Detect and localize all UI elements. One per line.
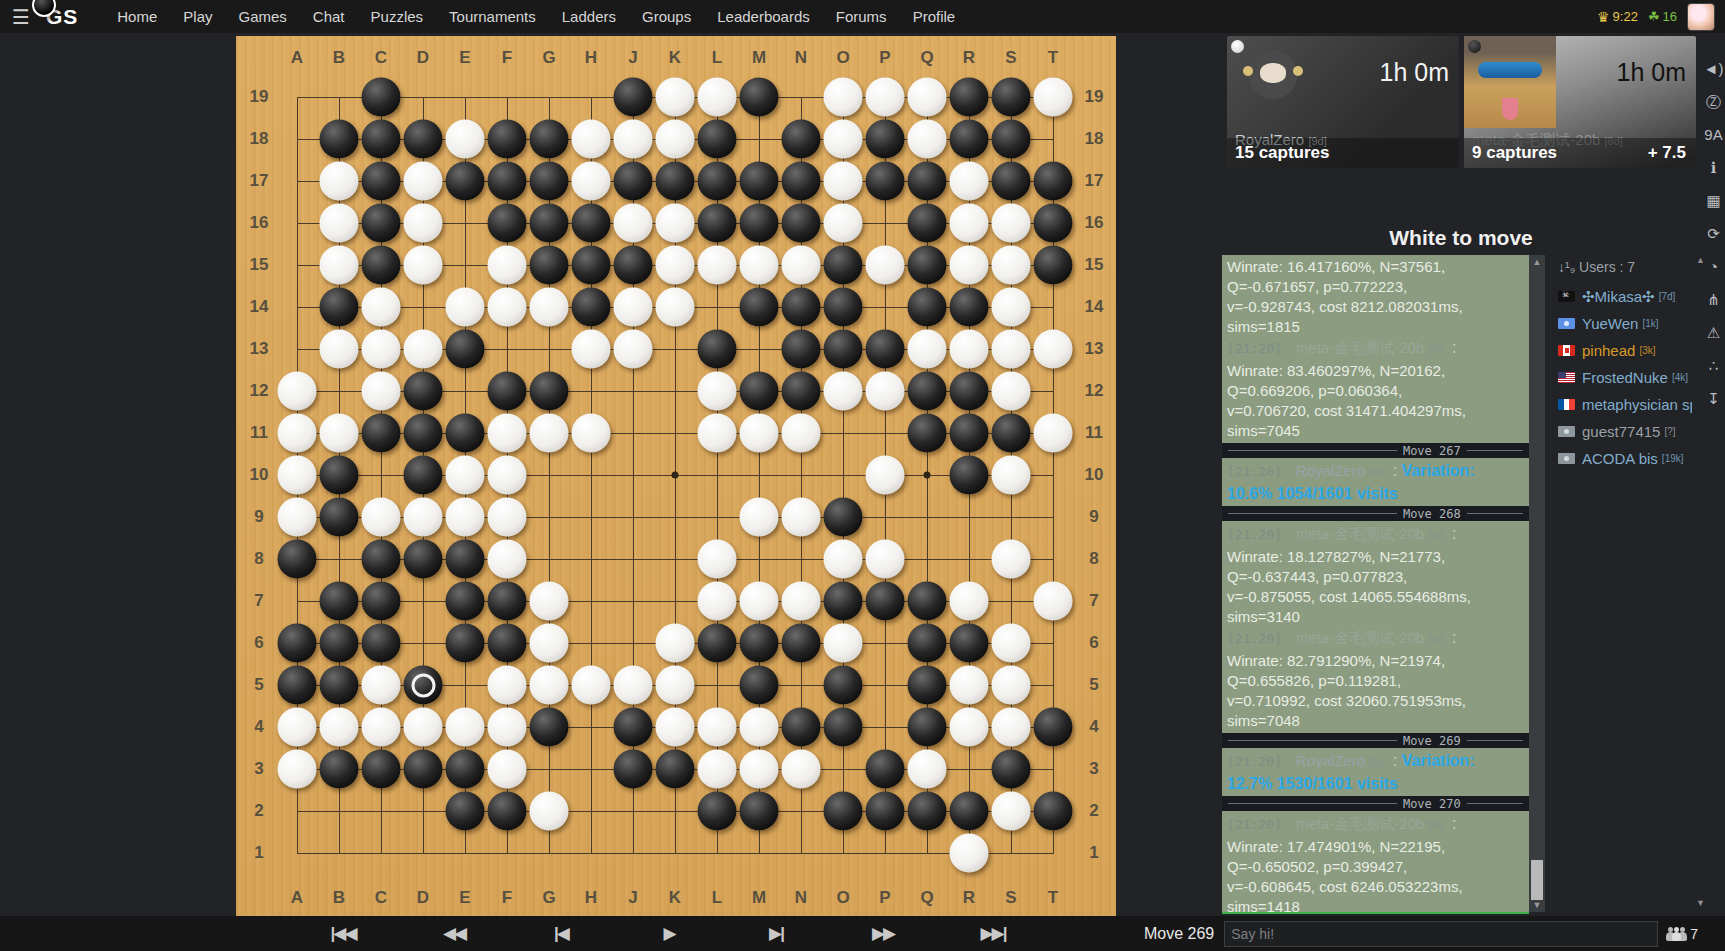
white-stone-A10[interactable]	[278, 456, 317, 495]
white-stone-J5[interactable]	[614, 666, 653, 705]
white-stone-K14[interactable]	[656, 288, 695, 327]
white-stone-R5[interactable]	[950, 666, 989, 705]
white-stone-E10[interactable]	[446, 456, 485, 495]
black-stone-E3[interactable]	[446, 750, 485, 789]
white-stone-L3[interactable]	[698, 750, 737, 789]
black-stone-C8[interactable]	[362, 540, 401, 579]
white-stone-N15[interactable]	[782, 246, 821, 285]
white-stone-G11[interactable]	[530, 414, 569, 453]
white-stone-C13[interactable]	[362, 330, 401, 369]
user-row[interactable]: ACODA bis[19k]	[1556, 445, 1692, 472]
black-stone-C18[interactable]	[362, 120, 401, 159]
black-stone-D5[interactable]	[404, 666, 443, 705]
white-stone-M15[interactable]	[740, 246, 779, 285]
black-stone-Q17[interactable]	[908, 162, 947, 201]
black-stone-J17[interactable]	[614, 162, 653, 201]
black-stone-Q4[interactable]	[908, 708, 947, 747]
black-stone-P3[interactable]	[866, 750, 905, 789]
online-users-indicator[interactable]: 7	[1666, 926, 1698, 942]
black-stone-N4[interactable]	[782, 708, 821, 747]
white-stone-S2[interactable]	[992, 792, 1031, 831]
black-stone-R6[interactable]	[950, 624, 989, 663]
fast-rewind-button[interactable]: ◀◀	[443, 916, 465, 951]
black-stone-P2[interactable]	[866, 792, 905, 831]
black-stone-L18[interactable]	[698, 120, 737, 159]
zen-mode-icon[interactable]: Ⓩ	[1706, 93, 1721, 111]
white-stone-J16[interactable]	[614, 204, 653, 243]
white-stone-S4[interactable]	[992, 708, 1031, 747]
nav-item-groups[interactable]: Groups	[642, 8, 691, 25]
chat-input[interactable]	[1224, 921, 1658, 947]
white-stone-L15[interactable]	[698, 246, 737, 285]
white-stone-O12[interactable]	[824, 372, 863, 411]
white-stone-A12[interactable]	[278, 372, 317, 411]
white-stone-S13[interactable]	[992, 330, 1031, 369]
white-stone-M9[interactable]	[740, 498, 779, 537]
black-stone-M12[interactable]	[740, 372, 779, 411]
black-stone-E2[interactable]	[446, 792, 485, 831]
black-stone-N12[interactable]	[782, 372, 821, 411]
chat-username[interactable]: meta-金毛测试-20b	[1296, 815, 1424, 832]
black-stone-E17[interactable]	[446, 162, 485, 201]
black-stone-Q5[interactable]	[908, 666, 947, 705]
white-stone-E18[interactable]	[446, 120, 485, 159]
black-stone-O7[interactable]	[824, 582, 863, 621]
white-stone-D16[interactable]	[404, 204, 443, 243]
black-stone-Q14[interactable]	[908, 288, 947, 327]
white-stone-P19[interactable]	[866, 78, 905, 117]
black-stone-D18[interactable]	[404, 120, 443, 159]
black-stone-G4[interactable]	[530, 708, 569, 747]
white-stone-A4[interactable]	[278, 708, 317, 747]
white-stone-S6[interactable]	[992, 624, 1031, 663]
black-stone-C17[interactable]	[362, 162, 401, 201]
nav-item-forums[interactable]: Forums	[836, 8, 887, 25]
white-stone-L19[interactable]	[698, 78, 737, 117]
white-stone-H11[interactable]	[572, 414, 611, 453]
black-stone-N6[interactable]	[782, 624, 821, 663]
white-stone-K5[interactable]	[656, 666, 695, 705]
white-stone-A3[interactable]	[278, 750, 317, 789]
white-stone-S15[interactable]	[992, 246, 1031, 285]
black-stone-T15[interactable]	[1034, 246, 1073, 285]
white-stone-O8[interactable]	[824, 540, 863, 579]
black-stone-P18[interactable]	[866, 120, 905, 159]
coordinates-icon[interactable]: 9A	[1704, 126, 1722, 144]
white-stone-P12[interactable]	[866, 372, 905, 411]
black-stone-C15[interactable]	[362, 246, 401, 285]
white-stone-G2[interactable]	[530, 792, 569, 831]
black-stone-O2[interactable]	[824, 792, 863, 831]
white-stone-B4[interactable]	[320, 708, 359, 747]
black-stone-S17[interactable]	[992, 162, 1031, 201]
report-icon[interactable]: ⚠	[1707, 324, 1720, 342]
black-stone-B18[interactable]	[320, 120, 359, 159]
white-stone-M3[interactable]	[740, 750, 779, 789]
user-name[interactable]: guest77415	[1582, 423, 1660, 440]
white-stone-B13[interactable]	[320, 330, 359, 369]
estimate-icon[interactable]: ◔	[1709, 258, 1718, 276]
white-stone-E14[interactable]	[446, 288, 485, 327]
nav-item-home[interactable]: Home	[117, 8, 157, 25]
white-stone-D17[interactable]	[404, 162, 443, 201]
game-chat-log[interactable]: Winrate: 16.417160%, N=37561,Q=-0.671657…	[1222, 255, 1529, 914]
step-forward-button[interactable]: ▶|	[769, 916, 783, 951]
black-stone-D12[interactable]	[404, 372, 443, 411]
black-stone-J15[interactable]	[614, 246, 653, 285]
black-player-card[interactable]: 1h 0m RoyalZero [9d] 15 captures	[1227, 36, 1459, 168]
black-stone-C6[interactable]	[362, 624, 401, 663]
user-name[interactable]: FrostedNuke	[1582, 369, 1668, 386]
white-stone-Q3[interactable]	[908, 750, 947, 789]
chat-scrollbar[interactable]: ▲ ▼	[1529, 255, 1545, 912]
white-stone-Q18[interactable]	[908, 120, 947, 159]
black-stone-R19[interactable]	[950, 78, 989, 117]
nav-item-games[interactable]: Games	[238, 8, 286, 25]
white-stone-C12[interactable]	[362, 372, 401, 411]
white-stone-L7[interactable]	[698, 582, 737, 621]
black-stone-J19[interactable]	[614, 78, 653, 117]
user-name[interactable]: YueWen	[1582, 315, 1638, 332]
nav-item-play[interactable]: Play	[183, 8, 212, 25]
white-stone-K16[interactable]	[656, 204, 695, 243]
nav-item-chat[interactable]: Chat	[313, 8, 345, 25]
black-stone-R12[interactable]	[950, 372, 989, 411]
black-stone-G15[interactable]	[530, 246, 569, 285]
black-stone-F18[interactable]	[488, 120, 527, 159]
black-stone-E6[interactable]	[446, 624, 485, 663]
variation-detail[interactable]: 10.6% 1054/1601 visits	[1222, 484, 1529, 504]
white-stone-S12[interactable]	[992, 372, 1031, 411]
black-stone-E13[interactable]	[446, 330, 485, 369]
user-row[interactable]: YueWen[1k]	[1556, 310, 1692, 337]
white-stone-H13[interactable]	[572, 330, 611, 369]
black-stone-P7[interactable]	[866, 582, 905, 621]
black-stone-Q12[interactable]	[908, 372, 947, 411]
white-stone-O19[interactable]	[824, 78, 863, 117]
jump-to-end-button[interactable]: ▶▶|	[981, 916, 1006, 951]
white-stone-K18[interactable]	[656, 120, 695, 159]
white-stone-M4[interactable]	[740, 708, 779, 747]
white-stone-C9[interactable]	[362, 498, 401, 537]
white-stone-D15[interactable]	[404, 246, 443, 285]
black-stone-G18[interactable]	[530, 120, 569, 159]
white-stone-N9[interactable]	[782, 498, 821, 537]
white-stone-O18[interactable]	[824, 120, 863, 159]
black-stone-D11[interactable]	[404, 414, 443, 453]
white-stone-J14[interactable]	[614, 288, 653, 327]
black-stone-B3[interactable]	[320, 750, 359, 789]
user-avatar[interactable]	[1687, 3, 1715, 31]
black-stone-B7[interactable]	[320, 582, 359, 621]
black-stone-M5[interactable]	[740, 666, 779, 705]
share-icon[interactable]: ∴	[1709, 357, 1719, 375]
white-stone-F11[interactable]	[488, 414, 527, 453]
info-icon[interactable]: ℹ	[1711, 159, 1717, 177]
white-stone-F14[interactable]	[488, 288, 527, 327]
white-stone-M11[interactable]	[740, 414, 779, 453]
white-stone-O16[interactable]	[824, 204, 863, 243]
variation-detail[interactable]: 12.7% 1530/1601 visits	[1222, 774, 1529, 794]
white-stone-D9[interactable]	[404, 498, 443, 537]
black-stone-N14[interactable]	[782, 288, 821, 327]
black-stone-S19[interactable]	[992, 78, 1031, 117]
black-stone-L16[interactable]	[698, 204, 737, 243]
white-stone-J18[interactable]	[614, 120, 653, 159]
black-stone-E11[interactable]	[446, 414, 485, 453]
white-stone-F8[interactable]	[488, 540, 527, 579]
white-stone-T19[interactable]	[1034, 78, 1073, 117]
white-stone-L11[interactable]	[698, 414, 737, 453]
white-stone-N11[interactable]	[782, 414, 821, 453]
black-stone-D8[interactable]	[404, 540, 443, 579]
black-stone-F16[interactable]	[488, 204, 527, 243]
black-stone-Q15[interactable]	[908, 246, 947, 285]
black-stone-C19[interactable]	[362, 78, 401, 117]
black-stone-T16[interactable]	[1034, 204, 1073, 243]
white-stone-R17[interactable]	[950, 162, 989, 201]
user-name[interactable]: metaphysician splurg	[1582, 396, 1692, 413]
black-stone-O14[interactable]	[824, 288, 863, 327]
white-stone-R7[interactable]	[950, 582, 989, 621]
white-stone-T7[interactable]	[1034, 582, 1073, 621]
white-stone-C4[interactable]	[362, 708, 401, 747]
black-stone-Q6[interactable]	[908, 624, 947, 663]
black-stone-D10[interactable]	[404, 456, 443, 495]
white-stone-T13[interactable]	[1034, 330, 1073, 369]
white-stone-J13[interactable]	[614, 330, 653, 369]
white-stone-P10[interactable]	[866, 456, 905, 495]
chat-scroll-down-icon[interactable]: ▼	[1529, 898, 1545, 912]
black-stone-Q7[interactable]	[908, 582, 947, 621]
board-settings-icon[interactable]: ▦	[1706, 192, 1720, 210]
black-stone-G17[interactable]	[530, 162, 569, 201]
white-stone-A9[interactable]	[278, 498, 317, 537]
ogs-logo[interactable]: GS	[44, 5, 78, 29]
nav-item-ladders[interactable]: Ladders	[562, 8, 616, 25]
white-stone-S14[interactable]	[992, 288, 1031, 327]
black-stone-T17[interactable]	[1034, 162, 1073, 201]
black-stone-D3[interactable]	[404, 750, 443, 789]
white-stone-C5[interactable]	[362, 666, 401, 705]
white-stone-E4[interactable]	[446, 708, 485, 747]
black-stone-O9[interactable]	[824, 498, 863, 537]
white-stone-R1[interactable]	[950, 834, 989, 873]
white-stone-K4[interactable]	[656, 708, 695, 747]
white-stone-B15[interactable]	[320, 246, 359, 285]
white-stone-B17[interactable]	[320, 162, 359, 201]
black-stone-S11[interactable]	[992, 414, 1031, 453]
black-stone-S3[interactable]	[992, 750, 1031, 789]
hamburger-menu-icon[interactable]: ☰	[12, 5, 30, 29]
white-stone-K15[interactable]	[656, 246, 695, 285]
black-stone-P13[interactable]	[866, 330, 905, 369]
black-stone-M16[interactable]	[740, 204, 779, 243]
black-stone-B14[interactable]	[320, 288, 359, 327]
black-stone-G16[interactable]	[530, 204, 569, 243]
black-stone-Q2[interactable]	[908, 792, 947, 831]
black-stone-H16[interactable]	[572, 204, 611, 243]
black-stone-L2[interactable]	[698, 792, 737, 831]
black-stone-A6[interactable]	[278, 624, 317, 663]
chat-username[interactable]: meta-金毛测试-20b	[1296, 339, 1424, 356]
white-stone-D4[interactable]	[404, 708, 443, 747]
black-stone-H15[interactable]	[572, 246, 611, 285]
black-stone-O5[interactable]	[824, 666, 863, 705]
user-row[interactable]: FrostedNuke[4k]	[1556, 364, 1692, 391]
white-stone-Q13[interactable]	[908, 330, 947, 369]
black-stone-R18[interactable]	[950, 120, 989, 159]
white-stone-L12[interactable]	[698, 372, 737, 411]
white-stone-H17[interactable]	[572, 162, 611, 201]
chat-username[interactable]: meta-金毛测试-20b	[1296, 525, 1424, 542]
black-stone-R11[interactable]	[950, 414, 989, 453]
goban[interactable]: AA1919BB1818CC1717DD1616EE1515FF1414GG13…	[236, 36, 1116, 916]
download-icon[interactable]: ↧	[1707, 390, 1720, 408]
black-stone-R2[interactable]	[950, 792, 989, 831]
black-stone-M14[interactable]	[740, 288, 779, 327]
white-stone-K6[interactable]	[656, 624, 695, 663]
black-stone-L17[interactable]	[698, 162, 737, 201]
white-stone-Q19[interactable]	[908, 78, 947, 117]
nav-item-leaderboards[interactable]: Leaderboards	[717, 8, 810, 25]
black-stone-O15[interactable]	[824, 246, 863, 285]
white-stone-B16[interactable]	[320, 204, 359, 243]
black-stone-M17[interactable]	[740, 162, 779, 201]
user-row[interactable]: pinhead[3k]	[1556, 337, 1692, 364]
play-button[interactable]: ▶	[663, 916, 674, 951]
white-stone-R4[interactable]	[950, 708, 989, 747]
black-stone-P17[interactable]	[866, 162, 905, 201]
white-stone-A11[interactable]	[278, 414, 317, 453]
fast-forward-button[interactable]: ▶▶	[872, 916, 894, 951]
white-stone-O6[interactable]	[824, 624, 863, 663]
black-stone-M6[interactable]	[740, 624, 779, 663]
chat-username[interactable]: RoyalZero	[1296, 752, 1365, 769]
black-stone-C3[interactable]	[362, 750, 401, 789]
black-stone-F7[interactable]	[488, 582, 527, 621]
black-stone-T4[interactable]	[1034, 708, 1073, 747]
white-stone-H18[interactable]	[572, 120, 611, 159]
variation-link[interactable]: Variation:	[1397, 462, 1474, 479]
black-stone-K17[interactable]	[656, 162, 695, 201]
black-stone-F12[interactable]	[488, 372, 527, 411]
white-stone-H5[interactable]	[572, 666, 611, 705]
white-stone-G6[interactable]	[530, 624, 569, 663]
user-name[interactable]: pinhead	[1582, 342, 1635, 359]
white-stone-G14[interactable]	[530, 288, 569, 327]
black-stone-N13[interactable]	[782, 330, 821, 369]
black-stone-A5[interactable]	[278, 666, 317, 705]
nav-item-puzzles[interactable]: Puzzles	[371, 8, 424, 25]
white-stone-F15[interactable]	[488, 246, 527, 285]
white-stone-R13[interactable]	[950, 330, 989, 369]
white-stone-T11[interactable]	[1034, 414, 1073, 453]
black-stone-J3[interactable]	[614, 750, 653, 789]
white-stone-S5[interactable]	[992, 666, 1031, 705]
nav-item-tournaments[interactable]: Tournaments	[449, 8, 536, 25]
black-stone-H14[interactable]	[572, 288, 611, 327]
black-stone-B6[interactable]	[320, 624, 359, 663]
white-stone-S10[interactable]	[992, 456, 1031, 495]
white-stone-S16[interactable]	[992, 204, 1031, 243]
white-stone-K19[interactable]	[656, 78, 695, 117]
user-row[interactable]: guest77415[?]	[1556, 418, 1692, 445]
supporter-counter[interactable]: ☘ 16	[1648, 9, 1677, 24]
white-stone-P15[interactable]	[866, 246, 905, 285]
user-row[interactable]: metaphysician splurg	[1556, 391, 1692, 418]
black-stone-B5[interactable]	[320, 666, 359, 705]
user-row[interactable]: ✣Mikasa✣[7d]	[1556, 283, 1692, 310]
white-stone-R15[interactable]	[950, 246, 989, 285]
black-stone-K3[interactable]	[656, 750, 695, 789]
users-header[interactable]: ↓¹₉ Users : 7	[1558, 259, 1692, 275]
white-stone-F3[interactable]	[488, 750, 527, 789]
white-stone-F5[interactable]	[488, 666, 527, 705]
black-stone-N16[interactable]	[782, 204, 821, 243]
black-stone-E8[interactable]	[446, 540, 485, 579]
users-scroll-down-icon[interactable]: ▼	[1694, 898, 1707, 908]
black-stone-E7[interactable]	[446, 582, 485, 621]
black-stone-L6[interactable]	[698, 624, 737, 663]
chat-username[interactable]: RoyalZero	[1296, 462, 1365, 479]
white-stone-P8[interactable]	[866, 540, 905, 579]
fork-icon[interactable]: ⋔	[1707, 291, 1720, 309]
variation-link[interactable]: Variation:	[1397, 752, 1474, 769]
black-stone-R14[interactable]	[950, 288, 989, 327]
white-stone-L8[interactable]	[698, 540, 737, 579]
white-stone-G7[interactable]	[530, 582, 569, 621]
black-stone-B10[interactable]	[320, 456, 359, 495]
chat-username[interactable]: meta-金毛测试-20b	[1296, 629, 1424, 646]
trophy-counter[interactable]: ♛ 9:22	[1597, 9, 1638, 25]
white-stone-F9[interactable]	[488, 498, 527, 537]
black-stone-O13[interactable]	[824, 330, 863, 369]
black-stone-R10[interactable]	[950, 456, 989, 495]
white-stone-O17[interactable]	[824, 162, 863, 201]
white-stone-R16[interactable]	[950, 204, 989, 243]
user-name[interactable]: ACODA bis	[1582, 450, 1658, 467]
black-stone-C7[interactable]	[362, 582, 401, 621]
black-stone-S18[interactable]	[992, 120, 1031, 159]
white-stone-D13[interactable]	[404, 330, 443, 369]
white-stone-B11[interactable]	[320, 414, 359, 453]
black-stone-L13[interactable]	[698, 330, 737, 369]
black-stone-F2[interactable]	[488, 792, 527, 831]
black-stone-M2[interactable]	[740, 792, 779, 831]
black-stone-B9[interactable]	[320, 498, 359, 537]
refresh-icon[interactable]: ⟳	[1707, 225, 1720, 243]
user-name[interactable]: ✣Mikasa✣	[1582, 288, 1655, 306]
black-stone-N17[interactable]	[782, 162, 821, 201]
white-stone-F4[interactable]	[488, 708, 527, 747]
black-stone-M19[interactable]	[740, 78, 779, 117]
white-stone-F10[interactable]	[488, 456, 527, 495]
black-stone-J4[interactable]	[614, 708, 653, 747]
white-stone-E9[interactable]	[446, 498, 485, 537]
white-stone-M7[interactable]	[740, 582, 779, 621]
step-back-button[interactable]: |◀	[554, 916, 568, 951]
jump-to-start-button[interactable]: |◀◀	[331, 916, 356, 951]
black-stone-Q16[interactable]	[908, 204, 947, 243]
black-stone-O4[interactable]	[824, 708, 863, 747]
nav-item-profile[interactable]: Profile	[913, 8, 956, 25]
black-stone-T2[interactable]	[1034, 792, 1073, 831]
black-stone-Q11[interactable]	[908, 414, 947, 453]
black-stone-G12[interactable]	[530, 372, 569, 411]
black-stone-F6[interactable]	[488, 624, 527, 663]
white-stone-C14[interactable]	[362, 288, 401, 327]
